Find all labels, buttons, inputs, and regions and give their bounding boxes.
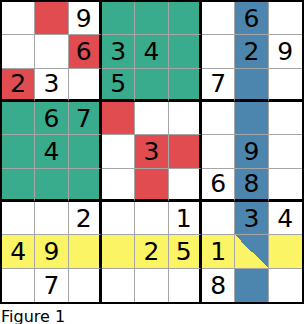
cell-r3c9	[269, 69, 302, 102]
cell-r2c9: 9	[269, 35, 302, 68]
cell-r7c2	[35, 202, 68, 235]
cell-r1c8: 6	[235, 2, 268, 35]
cell-r3c7: 7	[202, 69, 235, 102]
cell-r2c8: 2	[235, 35, 268, 68]
cell-r9c2: 7	[35, 269, 68, 302]
cell-r4c6	[169, 102, 202, 135]
cell-r7c6: 1	[169, 202, 202, 235]
cell-r9c6	[169, 269, 202, 302]
cell-r4c4	[102, 102, 135, 135]
cell-r8c7: 1	[202, 235, 235, 268]
cell-r5c2: 4	[35, 135, 68, 168]
cell-r3c6	[169, 69, 202, 102]
cell-r3c1: 2	[2, 69, 35, 102]
cell-r2c1	[2, 35, 35, 68]
cell-r5c6	[169, 135, 202, 168]
cell-r6c5	[135, 169, 168, 202]
figure-caption: Figure 1	[1, 307, 306, 324]
cell-r9c7: 8	[202, 269, 235, 302]
cell-r6c2	[35, 169, 68, 202]
cell-r5c4	[102, 135, 135, 168]
cell-r9c3	[69, 269, 102, 302]
cell-r8c2: 9	[35, 235, 68, 268]
cell-r7c1	[2, 202, 35, 235]
cell-r6c9	[269, 169, 302, 202]
cell-r6c3	[69, 169, 102, 202]
cell-r6c4	[102, 169, 135, 202]
cell-r5c8: 9	[235, 135, 268, 168]
cell-r2c5: 4	[135, 35, 168, 68]
cell-r1c3: 9	[69, 2, 102, 35]
sudoku-figure: 96634292357674396821344925178 Figure 1	[0, 0, 306, 324]
cell-r8c1: 4	[2, 235, 35, 268]
cell-r6c7: 6	[202, 169, 235, 202]
cell-r1c9	[269, 2, 302, 35]
cell-r6c1	[2, 169, 35, 202]
cell-r1c1	[2, 2, 35, 35]
cell-r1c4	[102, 2, 135, 35]
cell-r9c4	[102, 269, 135, 302]
cell-r3c3	[69, 69, 102, 102]
cell-r5c1	[2, 135, 35, 168]
cell-r9c1	[2, 269, 35, 302]
cell-r4c3: 7	[69, 102, 102, 135]
cell-r8c4	[102, 235, 135, 268]
cell-r7c7	[202, 202, 235, 235]
cell-r1c6	[169, 2, 202, 35]
cell-r7c5	[135, 202, 168, 235]
cell-r2c7	[202, 35, 235, 68]
cell-r4c1	[2, 102, 35, 135]
cell-r6c6	[169, 169, 202, 202]
cell-r5c3	[69, 135, 102, 168]
cell-r4c7	[202, 102, 235, 135]
cell-r6c8: 8	[235, 169, 268, 202]
cell-r7c4	[102, 202, 135, 235]
cell-r8c9	[269, 235, 302, 268]
cell-r4c9	[269, 102, 302, 135]
cell-r3c2: 3	[35, 69, 68, 102]
cell-r7c3: 2	[69, 202, 102, 235]
cell-r8c5: 2	[135, 235, 168, 268]
cell-r1c5	[135, 2, 168, 35]
cell-r3c5	[135, 69, 168, 102]
cell-r4c8	[235, 102, 268, 135]
sudoku-board: 96634292357674396821344925178	[0, 0, 304, 304]
cell-r9c9	[269, 269, 302, 302]
cell-r7c8: 3	[235, 202, 268, 235]
cell-r1c7	[202, 2, 235, 35]
cell-r4c5	[135, 102, 168, 135]
cell-r9c8	[235, 269, 268, 302]
cell-r9c5	[135, 269, 168, 302]
cell-r5c7	[202, 135, 235, 168]
cell-r3c4: 5	[102, 69, 135, 102]
cell-r5c5: 3	[135, 135, 168, 168]
cell-r8c3	[69, 235, 102, 268]
cell-r4c2: 6	[35, 102, 68, 135]
cell-r2c2	[35, 35, 68, 68]
cell-r2c3: 6	[69, 35, 102, 68]
cell-r8c8	[235, 235, 268, 268]
cell-r5c9	[269, 135, 302, 168]
cell-r2c4: 3	[102, 35, 135, 68]
cell-r7c9: 4	[269, 202, 302, 235]
cell-r1c2	[35, 2, 68, 35]
cell-r8c6: 5	[169, 235, 202, 268]
cell-r3c8	[235, 69, 268, 102]
cell-r2c6	[169, 35, 202, 68]
